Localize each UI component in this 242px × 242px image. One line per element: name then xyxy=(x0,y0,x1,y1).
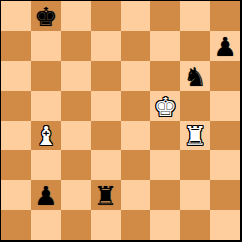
square-h5[interactable] xyxy=(210,91,240,121)
square-h8[interactable] xyxy=(210,1,240,31)
white-rook-piece[interactable]: ♜ xyxy=(184,123,207,149)
square-e4[interactable] xyxy=(121,121,151,151)
square-d3[interactable] xyxy=(91,150,121,180)
square-c1[interactable] xyxy=(61,210,91,240)
square-f2[interactable] xyxy=(150,180,180,210)
square-h6[interactable] xyxy=(210,61,240,91)
square-e2[interactable] xyxy=(121,180,151,210)
square-a2[interactable] xyxy=(1,180,31,210)
square-h7[interactable]: ♟ xyxy=(210,31,240,61)
square-g1[interactable] xyxy=(180,210,210,240)
square-e1[interactable] xyxy=(121,210,151,240)
square-a8[interactable] xyxy=(1,1,31,31)
square-g4[interactable]: ♜ xyxy=(180,121,210,151)
square-g2[interactable] xyxy=(180,180,210,210)
square-h2[interactable] xyxy=(210,180,240,210)
square-c2[interactable] xyxy=(61,180,91,210)
square-c5[interactable] xyxy=(61,91,91,121)
square-f7[interactable] xyxy=(150,31,180,61)
square-d1[interactable] xyxy=(91,210,121,240)
square-g5[interactable] xyxy=(180,91,210,121)
square-b3[interactable] xyxy=(31,150,61,180)
square-a5[interactable] xyxy=(1,91,31,121)
square-d5[interactable] xyxy=(91,91,121,121)
square-c4[interactable] xyxy=(61,121,91,151)
square-g6[interactable]: ♞ xyxy=(180,61,210,91)
square-a6[interactable] xyxy=(1,61,31,91)
square-e6[interactable] xyxy=(121,61,151,91)
square-d6[interactable] xyxy=(91,61,121,91)
square-f1[interactable] xyxy=(150,210,180,240)
square-h4[interactable] xyxy=(210,121,240,151)
square-e3[interactable] xyxy=(121,150,151,180)
chess-board: ♚♟♞♚♝♜♟♜ xyxy=(0,0,242,242)
square-c6[interactable] xyxy=(61,61,91,91)
black-king-piece[interactable]: ♚ xyxy=(34,4,57,30)
square-f3[interactable] xyxy=(150,150,180,180)
square-c8[interactable] xyxy=(61,1,91,31)
square-b6[interactable] xyxy=(31,61,61,91)
square-e7[interactable] xyxy=(121,31,151,61)
black-pawn-piece[interactable]: ♟ xyxy=(34,183,57,209)
square-f5[interactable]: ♚ xyxy=(150,91,180,121)
square-b7[interactable] xyxy=(31,31,61,61)
black-rook-piece[interactable]: ♜ xyxy=(94,183,117,209)
square-h1[interactable] xyxy=(210,210,240,240)
square-a4[interactable] xyxy=(1,121,31,151)
square-b4[interactable]: ♝ xyxy=(31,121,61,151)
square-a1[interactable] xyxy=(1,210,31,240)
square-d4[interactable] xyxy=(91,121,121,151)
square-a7[interactable] xyxy=(1,31,31,61)
square-b5[interactable] xyxy=(31,91,61,121)
square-b1[interactable] xyxy=(31,210,61,240)
square-g3[interactable] xyxy=(180,150,210,180)
square-e5[interactable] xyxy=(121,91,151,121)
square-c3[interactable] xyxy=(61,150,91,180)
square-f8[interactable] xyxy=(150,1,180,31)
square-f6[interactable] xyxy=(150,61,180,91)
black-knight-piece[interactable]: ♞ xyxy=(184,64,207,90)
square-e8[interactable] xyxy=(121,1,151,31)
square-a3[interactable] xyxy=(1,150,31,180)
chess-board-window: ♚♟♞♚♝♜♟♜ xyxy=(0,0,242,242)
square-c7[interactable] xyxy=(61,31,91,61)
square-g8[interactable] xyxy=(180,1,210,31)
square-b8[interactable]: ♚ xyxy=(31,1,61,31)
square-h3[interactable] xyxy=(210,150,240,180)
square-f4[interactable] xyxy=(150,121,180,151)
square-d8[interactable] xyxy=(91,1,121,31)
black-pawn-piece[interactable]: ♟ xyxy=(213,34,236,60)
white-king-piece[interactable]: ♚ xyxy=(154,94,177,120)
square-b2[interactable]: ♟ xyxy=(31,180,61,210)
white-bishop-piece[interactable]: ♝ xyxy=(34,123,57,149)
square-d2[interactable]: ♜ xyxy=(91,180,121,210)
square-g7[interactable] xyxy=(180,31,210,61)
square-d7[interactable] xyxy=(91,31,121,61)
